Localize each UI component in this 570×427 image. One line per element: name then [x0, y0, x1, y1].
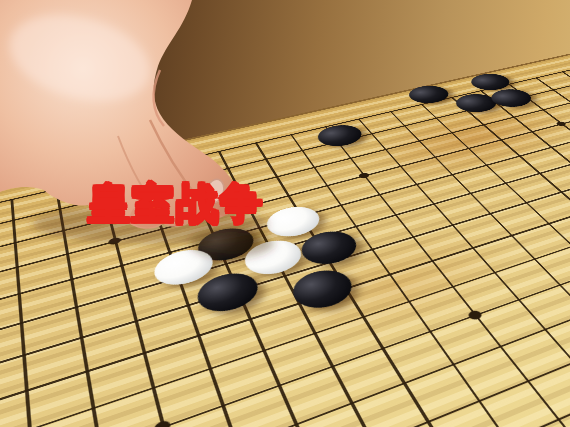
black-stone [286, 264, 360, 314]
watermark-text: 皇室战争 [88, 183, 264, 225]
stones-layer [0, 23, 570, 427]
photo-scene: 皇室战争 [0, 0, 570, 427]
skin-highlight [0, 1, 160, 116]
black-stone [312, 122, 368, 150]
black-stone [403, 83, 455, 106]
go-board [0, 23, 570, 427]
